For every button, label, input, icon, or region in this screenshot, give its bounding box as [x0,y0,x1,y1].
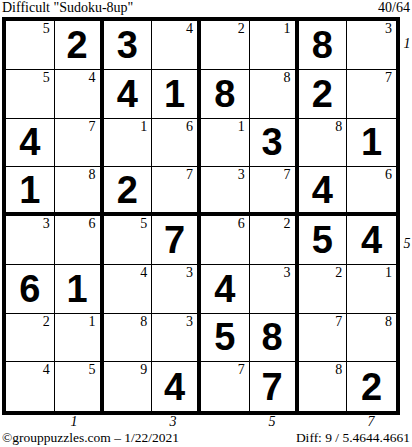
cell-r8c2[interactable]: 5 [55,362,104,411]
cell-r2c5[interactable]: 8 [201,70,250,119]
pencil-digit: 2 [335,266,342,280]
cell-r6c6[interactable]: 3 [250,265,299,314]
pencil-digit: 8 [335,363,342,377]
cell-r6c8[interactable]: 1 [347,265,396,314]
big-digit: 7 [250,362,295,411]
cell-r7c8[interactable]: 8 [347,314,396,363]
cell-r8c6[interactable]: 7 [250,362,299,411]
pencil-digit: 4 [186,22,193,36]
cell-r2c3[interactable]: 4 [104,70,153,119]
pencil-digit: 7 [335,315,342,329]
pencil-digit: 1 [140,120,147,134]
pencil-digit: 1 [284,22,291,36]
cell-r1c8[interactable]: 3 [347,21,396,70]
cell-r3c4[interactable]: 6 [152,119,201,168]
pencil-digit: 8 [284,71,291,85]
cell-r1c5[interactable]: 2 [201,21,250,70]
pencil-digit: 5 [43,71,50,85]
row-label-1: 1 [402,37,412,51]
cell-r4c3[interactable]: 2 [104,167,153,216]
cell-r3c2[interactable]: 7 [55,119,104,168]
big-digit: 5 [299,216,347,264]
pencil-digit: 4 [89,71,96,85]
big-digit: 1 [152,70,197,118]
pencil-digit: 9 [140,363,147,377]
cell-r4c6[interactable]: 7 [250,167,299,216]
puzzle-page: Difficult "Sudoku-8up" 40/64 52342183544… [0,0,412,447]
cell-r2c8[interactable]: 7 [347,70,396,119]
row-label-5: 5 [402,237,412,251]
big-digit: 1 [55,265,100,313]
big-digit: 2 [299,70,347,118]
cell-r6c3[interactable]: 4 [104,265,153,314]
cell-r4c1[interactable]: 1 [6,167,55,216]
pencil-digit: 4 [140,266,147,280]
pencil-digit: 8 [89,168,96,182]
cell-r2c6[interactable]: 8 [250,70,299,119]
cell-r7c3[interactable]: 8 [104,314,153,363]
cell-r5c2[interactable]: 6 [55,216,104,265]
footer: ©grouppuzzles.com – 1/22/2021 Diff: 9 / … [2,430,410,446]
cell-r7c6[interactable]: 8 [250,314,299,363]
big-digit: 2 [104,167,152,212]
cell-r6c4[interactable]: 3 [152,265,201,314]
cell-r4c5[interactable]: 3 [201,167,250,216]
cell-r4c4[interactable]: 7 [152,167,201,216]
cell-r1c3[interactable]: 3 [104,21,153,70]
cell-r4c8[interactable]: 6 [347,167,396,216]
pencil-digit: 7 [385,71,392,85]
cell-r8c1[interactable]: 4 [6,362,55,411]
pencil-digit: 7 [238,363,245,377]
cell-r3c5[interactable]: 1 [201,119,250,168]
pencil-digit: 2 [238,22,245,36]
pencil-digit: 7 [186,168,193,182]
cell-r3c7[interactable]: 8 [299,119,348,168]
big-digit: 2 [347,362,396,411]
cell-r1c2[interactable]: 2 [55,21,104,70]
big-digit: 4 [104,70,152,118]
big-digit: 3 [250,119,295,167]
cell-r7c5[interactable]: 5 [201,314,250,363]
cell-r6c1[interactable]: 6 [6,265,55,314]
cell-r4c7[interactable]: 4 [299,167,348,216]
big-digit: 7 [152,216,197,264]
pencil-digit: 3 [385,22,392,36]
sudoku-grid: 5234218354418827471613811827374636576254… [2,17,400,415]
cell-r5c1[interactable]: 3 [6,216,55,265]
pencil-digit: 8 [335,120,342,134]
pencil-digit: 5 [43,22,50,36]
header: Difficult "Sudoku-8up" 40/64 [2,0,410,16]
difficulty-text: Diff: 9 / 5.4644.4661 [296,430,410,445]
cell-r1c4[interactable]: 4 [152,21,201,70]
col-label-7: 7 [360,415,382,429]
big-digit: 4 [152,362,197,411]
pencil-digit: 3 [186,266,193,280]
cell-r7c4[interactable]: 3 [152,314,201,363]
pencil-digit: 5 [140,217,147,231]
big-digit: 8 [299,21,347,69]
col-label-1: 1 [63,415,85,429]
clue-counter: 40/64 [378,0,410,15]
cell-r8c8[interactable]: 2 [347,362,396,411]
cell-r6c2[interactable]: 1 [55,265,104,314]
big-digit: 2 [55,21,100,69]
cell-r5c3[interactable]: 5 [104,216,153,265]
pencil-digit: 6 [186,120,193,134]
pencil-digit: 6 [89,217,96,231]
pencil-digit: 1 [89,315,96,329]
cell-r2c1[interactable]: 5 [6,70,55,119]
cell-r3c8[interactable]: 1 [347,119,396,168]
cell-r7c7[interactable]: 7 [299,314,348,363]
cell-r5c6[interactable]: 2 [250,216,299,265]
pencil-digit: 3 [284,266,291,280]
copyright-text: ©grouppuzzles.com – 1/22/2021 [2,430,179,445]
pencil-digit: 8 [385,315,392,329]
cell-r7c2[interactable]: 1 [55,314,104,363]
big-digit: 8 [250,314,295,362]
cell-r3c6[interactable]: 3 [250,119,299,168]
cell-r6c5[interactable]: 4 [201,265,250,314]
pencil-digit: 7 [89,120,96,134]
cell-r5c7[interactable]: 5 [299,216,348,265]
cell-r8c4[interactable]: 4 [152,362,201,411]
cell-r7c1[interactable]: 2 [6,314,55,363]
pencil-digit: 2 [43,315,50,329]
cell-r8c7[interactable]: 8 [299,362,348,411]
pencil-digit: 3 [43,217,50,231]
pencil-digit: 2 [284,217,291,231]
cell-r3c3[interactable]: 1 [104,119,153,168]
cell-r5c4[interactable]: 7 [152,216,201,265]
cell-r5c8[interactable]: 4 [347,216,396,265]
big-digit: 6 [6,265,54,313]
col-label-5: 5 [261,415,283,429]
big-digit: 8 [201,70,249,118]
pencil-digit: 3 [186,315,193,329]
cell-r3c1[interactable]: 4 [6,119,55,168]
pencil-digit: 7 [284,168,291,182]
pencil-digit: 8 [140,315,147,329]
puzzle-title: Difficult "Sudoku-8up" [2,0,133,15]
pencil-digit: 6 [385,168,392,182]
cell-r6c7[interactable]: 2 [299,265,348,314]
cell-r2c7[interactable]: 2 [299,70,348,119]
big-digit: 4 [299,167,347,212]
big-digit: 4 [201,265,249,313]
big-digit: 5 [201,314,249,362]
cell-r8c5[interactable]: 7 [201,362,250,411]
cell-r1c1[interactable]: 5 [6,21,55,70]
cell-r8c3[interactable]: 9 [104,362,153,411]
big-digit: 1 [6,167,54,212]
cell-r1c6[interactable]: 1 [250,21,299,70]
pencil-digit: 6 [238,217,245,231]
cell-r1c7[interactable]: 8 [299,21,348,70]
pencil-digit: 3 [238,168,245,182]
big-digit: 3 [104,21,152,69]
pencil-digit: 5 [89,363,96,377]
cell-r4c2[interactable]: 8 [55,167,104,216]
pencil-digit: 1 [385,266,392,280]
cell-r2c4[interactable]: 1 [152,70,201,119]
big-digit: 1 [347,119,396,167]
pencil-digit: 4 [43,363,50,377]
cell-r5c5[interactable]: 6 [201,216,250,265]
col-label-3: 3 [162,415,184,429]
cell-r2c2[interactable]: 4 [55,70,104,119]
big-digit: 4 [347,216,396,264]
big-digit: 4 [6,119,54,167]
pencil-digit: 1 [238,120,245,134]
